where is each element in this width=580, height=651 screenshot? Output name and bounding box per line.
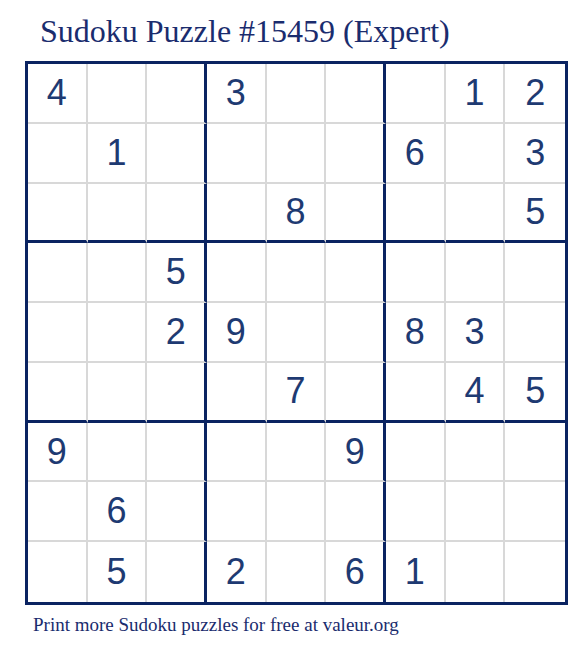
sudoku-cell-r2c1[interactable] xyxy=(28,124,88,184)
sudoku-cell-r2c8[interactable] xyxy=(446,124,506,184)
sudoku-cell-r8c1[interactable] xyxy=(28,482,88,542)
sudoku-cell-r1c1[interactable]: 4 xyxy=(28,64,88,124)
sudoku-cell-r2c7[interactable]: 6 xyxy=(386,124,446,184)
sudoku-cell-r1c8[interactable]: 1 xyxy=(446,64,506,124)
sudoku-cell-r8c4[interactable] xyxy=(207,482,267,542)
sudoku-cell-r2c5[interactable] xyxy=(267,124,327,184)
sudoku-cell-r7c2[interactable] xyxy=(88,423,148,483)
sudoku-cell-r9c2[interactable]: 5 xyxy=(88,542,148,602)
sudoku-cell-r3c5[interactable]: 8 xyxy=(267,184,327,244)
sudoku-cell-r1c5[interactable] xyxy=(267,64,327,124)
sudoku-cell-r5c3[interactable]: 2 xyxy=(147,303,207,363)
sudoku-cell-r7c4[interactable] xyxy=(207,423,267,483)
sudoku-cell-r7c7[interactable] xyxy=(386,423,446,483)
sudoku-cell-r6c9[interactable]: 5 xyxy=(505,363,565,423)
sudoku-cell-r5c1[interactable] xyxy=(28,303,88,363)
sudoku-cell-r4c4[interactable] xyxy=(207,243,267,303)
sudoku-cell-r8c2[interactable]: 6 xyxy=(88,482,148,542)
sudoku-page: Sudoku Puzzle #15459 (Expert) 4312163855… xyxy=(0,0,580,651)
sudoku-cell-r4c8[interactable] xyxy=(446,243,506,303)
sudoku-cell-r4c6[interactable] xyxy=(326,243,386,303)
sudoku-cell-r7c6[interactable]: 9 xyxy=(326,423,386,483)
sudoku-cell-r3c9[interactable]: 5 xyxy=(505,184,565,244)
sudoku-cell-r8c9[interactable] xyxy=(505,482,565,542)
puzzle-title: Sudoku Puzzle #15459 (Expert) xyxy=(40,13,450,50)
sudoku-cell-r4c7[interactable] xyxy=(386,243,446,303)
sudoku-cell-r8c6[interactable] xyxy=(326,482,386,542)
sudoku-cell-r7c1[interactable]: 9 xyxy=(28,423,88,483)
sudoku-cell-r6c3[interactable] xyxy=(147,363,207,423)
sudoku-cell-r9c4[interactable]: 2 xyxy=(207,542,267,602)
sudoku-cell-r5c7[interactable]: 8 xyxy=(386,303,446,363)
sudoku-cell-r3c3[interactable] xyxy=(147,184,207,244)
sudoku-cell-r9c9[interactable] xyxy=(505,542,565,602)
sudoku-cell-r7c5[interactable] xyxy=(267,423,327,483)
sudoku-board: 431216385529837459965261 xyxy=(25,61,568,605)
sudoku-cell-r5c5[interactable] xyxy=(267,303,327,363)
sudoku-cell-r3c6[interactable] xyxy=(326,184,386,244)
sudoku-cell-r6c7[interactable] xyxy=(386,363,446,423)
sudoku-cell-r1c2[interactable] xyxy=(88,64,148,124)
sudoku-cell-r2c2[interactable]: 1 xyxy=(88,124,148,184)
sudoku-cell-r5c6[interactable] xyxy=(326,303,386,363)
sudoku-cell-r8c5[interactable] xyxy=(267,482,327,542)
sudoku-cell-r6c8[interactable]: 4 xyxy=(446,363,506,423)
sudoku-cell-r3c4[interactable] xyxy=(207,184,267,244)
sudoku-cell-r9c8[interactable] xyxy=(446,542,506,602)
sudoku-cell-r1c3[interactable] xyxy=(147,64,207,124)
sudoku-cell-r8c3[interactable] xyxy=(147,482,207,542)
sudoku-cell-r7c3[interactable] xyxy=(147,423,207,483)
sudoku-cell-r5c4[interactable]: 9 xyxy=(207,303,267,363)
sudoku-cell-r9c7[interactable]: 1 xyxy=(386,542,446,602)
sudoku-cell-r6c2[interactable] xyxy=(88,363,148,423)
sudoku-cell-r7c9[interactable] xyxy=(505,423,565,483)
sudoku-cell-r1c7[interactable] xyxy=(386,64,446,124)
sudoku-cell-r6c4[interactable] xyxy=(207,363,267,423)
sudoku-cell-r2c9[interactable]: 3 xyxy=(505,124,565,184)
sudoku-cell-r9c3[interactable] xyxy=(147,542,207,602)
sudoku-cell-r5c2[interactable] xyxy=(88,303,148,363)
sudoku-cell-r6c1[interactable] xyxy=(28,363,88,423)
sudoku-cell-r3c7[interactable] xyxy=(386,184,446,244)
sudoku-cell-r3c1[interactable] xyxy=(28,184,88,244)
sudoku-cell-r5c8[interactable]: 3 xyxy=(446,303,506,363)
sudoku-cell-r1c9[interactable]: 2 xyxy=(505,64,565,124)
sudoku-cell-r2c4[interactable] xyxy=(207,124,267,184)
sudoku-cell-r4c5[interactable] xyxy=(267,243,327,303)
sudoku-cell-r8c7[interactable] xyxy=(386,482,446,542)
sudoku-cell-r7c8[interactable] xyxy=(446,423,506,483)
sudoku-cell-r2c6[interactable] xyxy=(326,124,386,184)
sudoku-cell-r4c1[interactable] xyxy=(28,243,88,303)
sudoku-cell-r2c3[interactable] xyxy=(147,124,207,184)
sudoku-cell-r8c8[interactable] xyxy=(446,482,506,542)
sudoku-cell-r5c9[interactable] xyxy=(505,303,565,363)
sudoku-cell-r4c3[interactable]: 5 xyxy=(147,243,207,303)
sudoku-cell-r4c9[interactable] xyxy=(505,243,565,303)
sudoku-cell-r3c8[interactable] xyxy=(446,184,506,244)
sudoku-cell-r1c6[interactable] xyxy=(326,64,386,124)
sudoku-cell-r3c2[interactable] xyxy=(88,184,148,244)
sudoku-cell-r1c4[interactable]: 3 xyxy=(207,64,267,124)
sudoku-cell-r9c5[interactable] xyxy=(267,542,327,602)
sudoku-cell-r6c6[interactable] xyxy=(326,363,386,423)
footer-credit: Print more Sudoku puzzles for free at va… xyxy=(33,614,399,636)
sudoku-cell-r4c2[interactable] xyxy=(88,243,148,303)
sudoku-cell-r9c1[interactable] xyxy=(28,542,88,602)
sudoku-cell-r9c6[interactable]: 6 xyxy=(326,542,386,602)
sudoku-cell-r6c5[interactable]: 7 xyxy=(267,363,327,423)
